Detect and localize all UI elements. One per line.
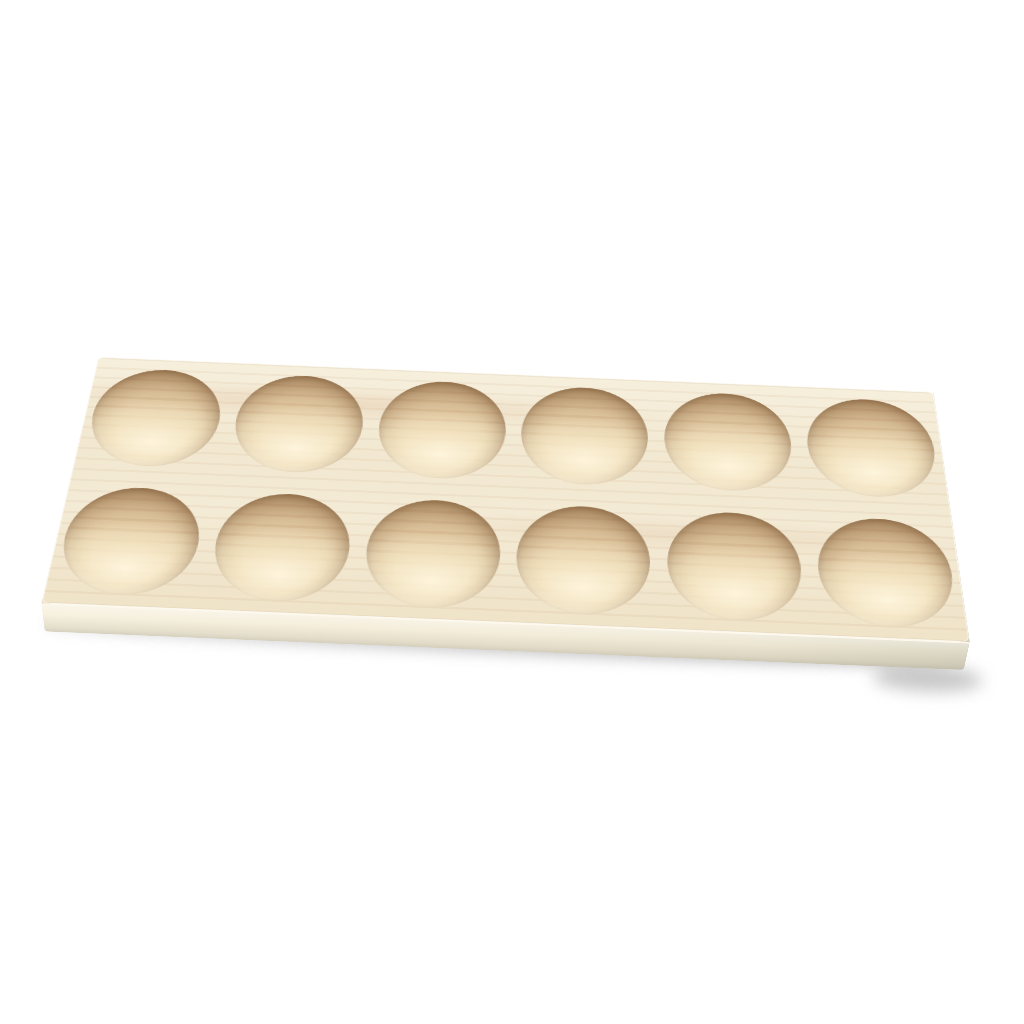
- mancala-board: [41, 357, 969, 642]
- pit-r2c1[interactable]: [53, 485, 208, 597]
- pit-r2c2[interactable]: [207, 491, 355, 603]
- pit-r1c3[interactable]: [374, 379, 508, 481]
- board-top-surface: [41, 357, 969, 642]
- board-tilt-wrapper: [0, 0, 1024, 1024]
- pit-r1c5[interactable]: [663, 391, 795, 493]
- pit-r2c4[interactable]: [515, 503, 651, 616]
- board-scene: [64, 289, 959, 696]
- pit-r2c5[interactable]: [666, 510, 805, 623]
- pit-r2c6[interactable]: [813, 516, 959, 630]
- photo-background: [0, 0, 1024, 1024]
- pit-r2c3[interactable]: [361, 497, 502, 610]
- pit-grid: [41, 357, 969, 642]
- pit-r1c2[interactable]: [228, 373, 368, 474]
- pit-r1c1[interactable]: [82, 367, 228, 468]
- pit-r1c4[interactable]: [520, 385, 649, 487]
- pit-r1c6[interactable]: [803, 397, 941, 499]
